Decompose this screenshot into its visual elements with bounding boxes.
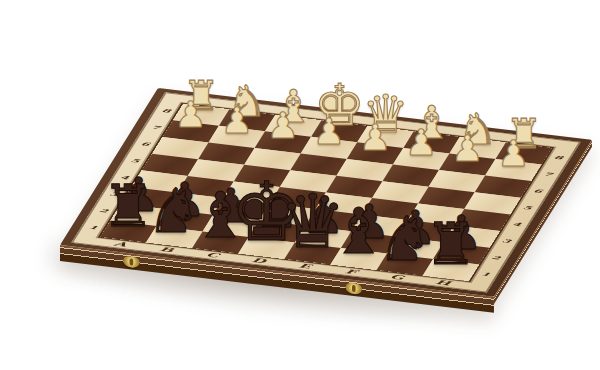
product-photo-stage: ABCDEFGH1234567812345678 ♜♞♝♚♟♛♟♝♟♞♟♜♟♟♟…	[0, 0, 600, 370]
brass-clasp-icon	[123, 256, 139, 269]
brass-clasp-icon	[346, 282, 362, 295]
